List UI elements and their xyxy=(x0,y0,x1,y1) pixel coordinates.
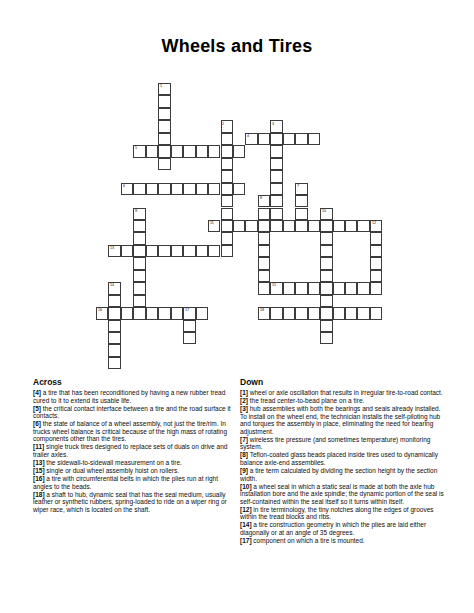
grid-cell[interactable] xyxy=(233,220,245,232)
grid-cell[interactable] xyxy=(133,282,145,294)
grid-cell[interactable] xyxy=(221,145,233,157)
clue-item: [15] single or dual wheel assembly hoist… xyxy=(33,467,234,475)
cell-number: 11 xyxy=(210,221,214,225)
grid-cell[interactable] xyxy=(295,133,307,145)
clue-number: [5] xyxy=(33,405,41,412)
grid-cell[interactable] xyxy=(357,220,369,232)
grid-cell[interactable] xyxy=(283,133,295,145)
grid-cell[interactable] xyxy=(208,245,220,257)
grid-cell[interactable] xyxy=(308,307,320,319)
cell-number: 2 xyxy=(222,122,224,126)
cell-number: 15 xyxy=(272,283,276,287)
cell-number: 4 xyxy=(247,134,249,138)
grid-cell[interactable] xyxy=(158,133,170,145)
grid-cell[interactable] xyxy=(108,344,120,356)
grid-cell[interactable] xyxy=(270,195,282,207)
grid-cell[interactable] xyxy=(283,220,295,232)
clue-item: [2] the tread center-to-bead plane on a … xyxy=(240,397,449,405)
grid-cell[interactable] xyxy=(208,145,220,157)
grid-cell[interactable]: 13 xyxy=(108,245,120,257)
grid-cell[interactable] xyxy=(320,332,332,344)
grid-cell[interactable] xyxy=(158,158,170,170)
clue-item: [5] the critical contact interface betwe… xyxy=(33,405,234,420)
grid-cell[interactable] xyxy=(196,145,208,157)
clue-item: [8] Teflon-coated glass beads placed ins… xyxy=(240,451,449,466)
clue-item: [17] component on which a tire is mounte… xyxy=(240,537,449,545)
cell-number: 17 xyxy=(185,308,189,312)
grid-cell[interactable] xyxy=(258,232,270,244)
clue-item: [12] in tire terminology, the tiny notch… xyxy=(240,506,449,521)
clue-number: [3] xyxy=(240,405,248,412)
grid-cell[interactable] xyxy=(258,270,270,282)
clue-number: [11] xyxy=(33,443,44,450)
clue-number: [13] xyxy=(33,459,45,466)
cell-number: 3 xyxy=(272,122,274,126)
cell-number: 9 xyxy=(135,209,137,213)
grid-cell[interactable] xyxy=(333,282,345,294)
grid-cell[interactable] xyxy=(320,307,332,319)
grid-cell[interactable]: 9 xyxy=(133,208,145,220)
grid-cell[interactable] xyxy=(295,195,307,207)
clue-number: [1] xyxy=(240,389,248,396)
grid-cell[interactable] xyxy=(133,295,145,307)
clue-item: [11] single truck tires designed to repl… xyxy=(33,443,234,458)
grid-cell[interactable]: 4 xyxy=(245,133,257,145)
grid-cell[interactable] xyxy=(121,245,133,257)
grid-cell[interactable] xyxy=(370,232,382,244)
across-clue-list: [4] a tire that has been reconditioned b… xyxy=(33,389,234,513)
grid-cell[interactable] xyxy=(270,183,282,195)
grid-cell[interactable]: 5 xyxy=(133,145,145,157)
grid-cell[interactable] xyxy=(320,245,332,257)
cell-number: 5 xyxy=(135,146,137,150)
clue-item: [10] a wheel seal in which a static seal… xyxy=(240,483,449,506)
clue-number: [16] xyxy=(33,475,45,482)
clue-number: [4] xyxy=(33,389,41,396)
grid-cell[interactable]: 8 xyxy=(258,195,270,207)
grid-cell[interactable]: 11 xyxy=(208,220,220,232)
grid-cell[interactable] xyxy=(221,232,233,244)
grid-cell[interactable] xyxy=(221,245,233,257)
grid-cell[interactable] xyxy=(245,220,257,232)
grid-cell[interactable] xyxy=(270,220,282,232)
down-header: Down xyxy=(240,379,449,387)
grid-cell[interactable] xyxy=(270,170,282,182)
grid-cell[interactable] xyxy=(270,158,282,170)
clue-number: [9] xyxy=(240,467,248,474)
clue-number: [7] xyxy=(240,436,248,443)
clue-item: [3] hub assemblies with both the bearing… xyxy=(240,405,449,435)
grid-cell[interactable] xyxy=(295,307,307,319)
clue-item: [18] a shaft to hub, dynamic seal that h… xyxy=(33,491,234,514)
clue-number: [12] xyxy=(240,506,252,513)
grid-cell[interactable] xyxy=(146,145,158,157)
grid-cell[interactable] xyxy=(320,220,332,232)
grid-cell[interactable] xyxy=(258,282,270,294)
grid-cell[interactable]: 12 xyxy=(370,220,382,232)
grid-cell[interactable]: 16 xyxy=(96,307,108,319)
grid-cell[interactable] xyxy=(320,320,332,332)
grid-cell[interactable] xyxy=(158,245,170,257)
grid-cell[interactable] xyxy=(258,220,270,232)
grid-cell[interactable] xyxy=(133,307,145,319)
grid-cell[interactable] xyxy=(320,295,332,307)
grid-cell[interactable] xyxy=(133,232,145,244)
grid-cell[interactable]: 3 xyxy=(270,120,282,132)
grid-cell[interactable] xyxy=(108,295,120,307)
cell-number: 13 xyxy=(110,246,114,250)
grid-cell[interactable] xyxy=(370,307,382,319)
grid-cell[interactable] xyxy=(345,220,357,232)
grid-cell[interactable] xyxy=(221,183,233,195)
across-header: Across xyxy=(33,379,234,387)
clue-item: [9] a tire term calculated by dividing t… xyxy=(240,467,449,482)
grid-cell[interactable] xyxy=(370,245,382,257)
grid-cell[interactable] xyxy=(308,282,320,294)
grid-cell[interactable] xyxy=(133,270,145,282)
clue-number: [8] xyxy=(240,451,248,458)
grid-cell[interactable] xyxy=(258,208,270,220)
grid-cell[interactable] xyxy=(133,220,145,232)
grid-cell[interactable] xyxy=(183,320,195,332)
grid-cell[interactable] xyxy=(233,183,245,195)
grid-cell[interactable] xyxy=(345,307,357,319)
cell-number: 14 xyxy=(110,283,114,287)
grid-cell[interactable] xyxy=(171,183,183,195)
grid-cell[interactable] xyxy=(258,257,270,269)
cell-number: 12 xyxy=(372,221,376,225)
grid-cell[interactable] xyxy=(183,145,195,157)
grid-cell[interactable] xyxy=(357,307,369,319)
grid-cell[interactable] xyxy=(146,245,158,257)
down-clues: Down [1] wheel or axle oscillation that … xyxy=(240,379,449,545)
grid-cell[interactable] xyxy=(158,307,170,319)
grid-cell[interactable] xyxy=(196,183,208,195)
grid-cell[interactable]: 17 xyxy=(183,307,195,319)
grid-cell[interactable] xyxy=(283,282,295,294)
grid-cell[interactable] xyxy=(146,307,158,319)
clue-number: [18] xyxy=(33,491,45,498)
clue-item: [4] a tire that has been reconditioned b… xyxy=(33,389,234,404)
grid-cell[interactable] xyxy=(158,145,170,157)
grid-cell[interactable] xyxy=(333,220,345,232)
clue-number: [17] xyxy=(240,537,252,544)
grid-cell[interactable] xyxy=(158,183,170,195)
grid-cell[interactable] xyxy=(158,95,170,107)
grid-cell[interactable] xyxy=(183,183,195,195)
grid-cell[interactable] xyxy=(196,307,208,319)
crossword-grid: 123456789101112131415161718 xyxy=(0,0,474,380)
clue-number: [14] xyxy=(240,521,252,528)
grid-cell[interactable]: 14 xyxy=(108,282,120,294)
grid-cell[interactable] xyxy=(108,357,120,369)
grid-cell[interactable] xyxy=(133,183,145,195)
cell-number: 16 xyxy=(98,308,102,312)
grid-cell[interactable] xyxy=(146,183,158,195)
grid-cell[interactable] xyxy=(221,158,233,170)
clue-item: [7] wireless tire pressure (and sometime… xyxy=(240,436,449,451)
grid-cell[interactable] xyxy=(308,220,320,232)
grid-cell[interactable] xyxy=(308,133,320,145)
grid-cell[interactable] xyxy=(320,257,332,269)
grid-cell[interactable] xyxy=(221,208,233,220)
grid-cell[interactable]: 15 xyxy=(270,282,282,294)
grid-cell[interactable] xyxy=(370,257,382,269)
clue-item: [14] a tire construction geometry in whi… xyxy=(240,521,449,536)
clue-number: [10] xyxy=(240,483,252,490)
down-clue-list: [1] wheel or axle oscillation that resul… xyxy=(240,389,449,544)
grid-cell[interactable] xyxy=(221,195,233,207)
grid-cell[interactable]: 1 xyxy=(158,83,170,95)
grid-cell[interactable] xyxy=(270,145,282,157)
clue-number: [15] xyxy=(33,467,45,474)
grid-cell[interactable] xyxy=(108,307,120,319)
cell-number: 8 xyxy=(260,196,262,200)
grid-cell[interactable] xyxy=(283,307,295,319)
grid-cell[interactable] xyxy=(221,133,233,145)
clue-item: [16] a tire with circumferential belts i… xyxy=(33,475,234,490)
grid-cell[interactable] xyxy=(183,245,195,257)
grid-cell[interactable] xyxy=(295,220,307,232)
grid-cell[interactable]: 2 xyxy=(221,120,233,132)
grid-cell[interactable]: 18 xyxy=(258,307,270,319)
clue-item: [6] the state of balance of a wheel asse… xyxy=(33,420,234,443)
grid-cell[interactable] xyxy=(345,282,357,294)
clue-number: [2] xyxy=(240,397,248,404)
grid-cell[interactable] xyxy=(295,208,307,220)
grid-cell[interactable] xyxy=(121,307,133,319)
grid-cell[interactable] xyxy=(133,245,145,257)
cell-number: 7 xyxy=(297,184,299,188)
grid-cell[interactable] xyxy=(196,245,208,257)
grid-cell[interactable] xyxy=(320,232,332,244)
grid-cell[interactable] xyxy=(221,220,233,232)
grid-cell[interactable]: 10 xyxy=(320,208,332,220)
grid-cell[interactable] xyxy=(171,145,183,157)
grid-cell[interactable] xyxy=(357,282,369,294)
grid-cell[interactable] xyxy=(233,145,245,157)
grid-cell[interactable] xyxy=(258,245,270,257)
grid-cell[interactable] xyxy=(158,108,170,120)
grid-cell[interactable] xyxy=(108,320,120,332)
cell-number: 18 xyxy=(260,308,264,312)
grid-cell[interactable] xyxy=(320,270,332,282)
grid-cell[interactable] xyxy=(370,282,382,294)
grid-cell[interactable] xyxy=(133,257,145,269)
grid-cell[interactable] xyxy=(370,270,382,282)
grid-cell[interactable] xyxy=(221,170,233,182)
cell-number: 6 xyxy=(123,184,125,188)
grid-cell[interactable] xyxy=(333,307,345,319)
grid-cell[interactable] xyxy=(171,245,183,257)
cell-number: 10 xyxy=(322,209,326,213)
clue-item: [1] wheel or axle oscillation that resul… xyxy=(240,389,449,397)
grid-cell[interactable] xyxy=(270,133,282,145)
clue-number: [6] xyxy=(33,420,41,427)
grid-cell[interactable] xyxy=(258,133,270,145)
grid-cell[interactable]: 6 xyxy=(121,183,133,195)
grid-cell[interactable] xyxy=(320,282,332,294)
puzzle-page: Wheels and Tires 12345678910111213141516… xyxy=(0,0,474,613)
grid-cell[interactable] xyxy=(295,282,307,294)
grid-cell[interactable] xyxy=(183,332,195,344)
grid-cell[interactable] xyxy=(270,208,282,220)
grid-cell[interactable] xyxy=(171,307,183,319)
grid-cell[interactable]: 7 xyxy=(295,183,307,195)
across-clues: Across [4] a tire that has been recondit… xyxy=(33,379,234,514)
cell-number: 1 xyxy=(160,84,162,88)
grid-cell[interactable] xyxy=(270,307,282,319)
grid-cell[interactable] xyxy=(158,120,170,132)
clue-item: [13] the sidewall-to-sidewall measuremen… xyxy=(33,459,234,467)
grid-cell[interactable] xyxy=(208,183,220,195)
grid-cell[interactable] xyxy=(108,332,120,344)
